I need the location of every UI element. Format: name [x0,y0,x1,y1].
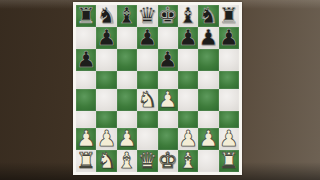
piece-white-pawn: ♟ [158,89,178,111]
square-d6[interactable] [137,49,157,71]
square-a2[interactable]: ♟ [76,128,96,150]
square-f2[interactable]: ♟ [178,128,198,150]
square-c5[interactable] [117,71,137,89]
square-b3[interactable] [96,111,116,129]
square-c4[interactable] [117,89,137,111]
square-e8[interactable]: ♚ [158,5,178,27]
square-c6[interactable] [117,49,137,71]
square-g5[interactable] [198,71,218,89]
square-a8[interactable]: ♜ [76,5,96,27]
piece-black-pawn: ♟ [199,27,219,49]
piece-white-bishop: ♝ [178,150,198,172]
square-e6[interactable]: ♟ [158,49,178,71]
square-d5[interactable] [137,71,157,89]
piece-black-pawn: ♟ [97,27,117,49]
square-b2[interactable]: ♟ [96,128,116,150]
square-c2[interactable]: ♟ [117,128,137,150]
square-d3[interactable] [137,111,157,129]
piece-white-rook: ♜ [219,150,239,172]
piece-black-pawn: ♟ [158,49,178,71]
square-f1[interactable]: ♝ [178,150,198,172]
square-d8[interactable]: ♛ [137,5,157,27]
square-c3[interactable] [117,111,137,129]
square-d7[interactable]: ♟ [137,27,157,49]
square-d4[interactable]: ♞ [137,89,157,111]
piece-white-knight: ♞ [97,150,117,172]
square-e2[interactable] [158,128,178,150]
piece-white-pawn: ♟ [97,128,117,150]
piece-white-pawn: ♟ [117,128,137,150]
piece-white-queen: ♛ [137,150,157,172]
board-grid: ♜♞♝♛♚♝♞♜♟♟♟♟♟♟♟♞♟♟♟♟♟♟♟♜♞♝♛♚♝♜ [76,5,239,172]
square-f7[interactable]: ♟ [178,27,198,49]
square-g1[interactable] [198,150,218,172]
piece-black-queen: ♛ [137,5,157,27]
square-h2[interactable]: ♟ [219,128,239,150]
piece-black-pawn: ♟ [137,27,157,49]
piece-black-rook: ♜ [76,5,96,27]
piece-white-pawn: ♟ [199,128,219,150]
square-b8[interactable]: ♞ [96,5,116,27]
square-d2[interactable] [137,128,157,150]
piece-white-pawn: ♟ [76,128,96,150]
piece-black-bishop: ♝ [178,5,198,27]
square-c1[interactable]: ♝ [117,150,137,172]
square-a5[interactable] [76,71,96,89]
chess-board: ♜♞♝♛♚♝♞♜♟♟♟♟♟♟♟♞♟♟♟♟♟♟♟♜♞♝♛♚♝♜ [73,2,242,175]
square-e1[interactable]: ♚ [158,150,178,172]
square-h7[interactable]: ♟ [219,27,239,49]
piece-black-pawn: ♟ [178,27,198,49]
piece-white-knight: ♞ [137,89,157,111]
square-c7[interactable] [117,27,137,49]
square-f4[interactable] [178,89,198,111]
piece-white-pawn: ♟ [178,128,198,150]
square-e5[interactable] [158,71,178,89]
square-c8[interactable]: ♝ [117,5,137,27]
piece-white-pawn: ♟ [219,128,239,150]
stage-background: ♜♞♝♛♚♝♞♜♟♟♟♟♟♟♟♞♟♟♟♟♟♟♟♜♞♝♛♚♝♜ [0,0,320,180]
square-b6[interactable] [96,49,116,71]
square-h3[interactable] [219,111,239,129]
square-g2[interactable]: ♟ [198,128,218,150]
square-b7[interactable]: ♟ [96,27,116,49]
square-b5[interactable] [96,71,116,89]
square-h4[interactable] [219,89,239,111]
piece-white-bishop: ♝ [117,150,137,172]
square-f5[interactable] [178,71,198,89]
piece-black-bishop: ♝ [117,5,137,27]
square-g3[interactable] [198,111,218,129]
square-g6[interactable] [198,49,218,71]
square-g7[interactable]: ♟ [198,27,218,49]
piece-black-pawn: ♟ [219,27,239,49]
piece-white-rook: ♜ [76,150,96,172]
piece-black-rook: ♜ [219,5,239,27]
piece-black-knight: ♞ [97,5,117,27]
square-f3[interactable] [178,111,198,129]
square-e7[interactable] [158,27,178,49]
square-e4[interactable]: ♟ [158,89,178,111]
square-b4[interactable] [96,89,116,111]
square-h8[interactable]: ♜ [219,5,239,27]
square-f8[interactable]: ♝ [178,5,198,27]
square-f6[interactable] [178,49,198,71]
piece-black-pawn: ♟ [76,49,96,71]
square-h5[interactable] [219,71,239,89]
square-a1[interactable]: ♜ [76,150,96,172]
square-h6[interactable] [219,49,239,71]
square-a7[interactable] [76,27,96,49]
square-h1[interactable]: ♜ [219,150,239,172]
piece-black-king: ♚ [158,5,178,27]
square-d1[interactable]: ♛ [137,150,157,172]
square-g4[interactable] [198,89,218,111]
square-g8[interactable]: ♞ [198,5,218,27]
square-a6[interactable]: ♟ [76,49,96,71]
square-b1[interactable]: ♞ [96,150,116,172]
piece-black-knight: ♞ [199,5,219,27]
square-a3[interactable] [76,111,96,129]
piece-white-king: ♚ [158,150,178,172]
square-a4[interactable] [76,89,96,111]
square-e3[interactable] [158,111,178,129]
